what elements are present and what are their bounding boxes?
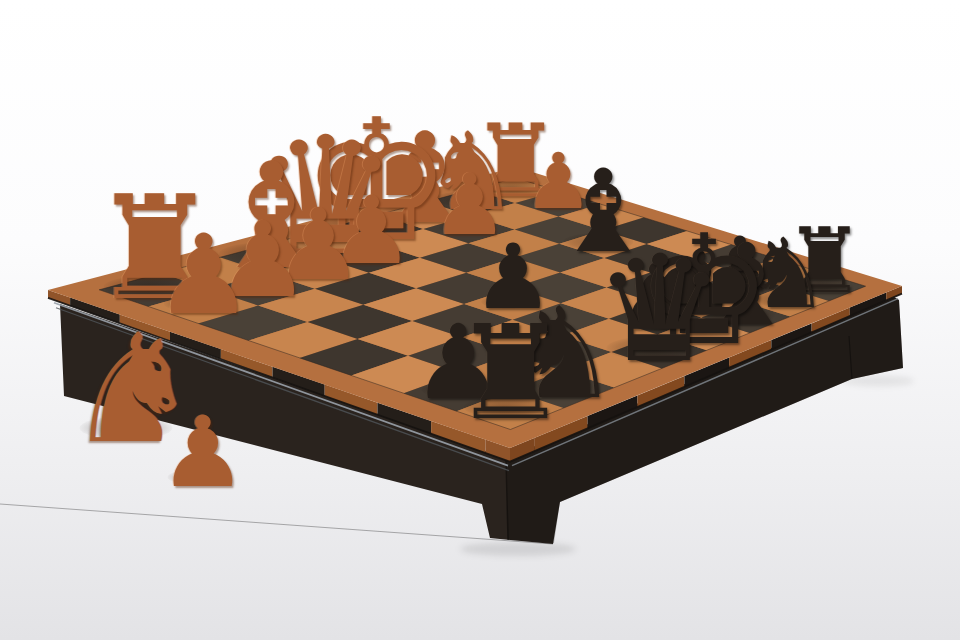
box-foot-seam: [0, 504, 553, 544]
floor-shadow: [460, 542, 576, 556]
board-and-box-graphic: [0, 0, 960, 640]
chess-set-photo: ♜♞♟♝♚♟♛♝♝♟♟♜♟♟♜♞♟♟♟♝♟♚♛♞♟♜♞♟: [0, 0, 960, 640]
